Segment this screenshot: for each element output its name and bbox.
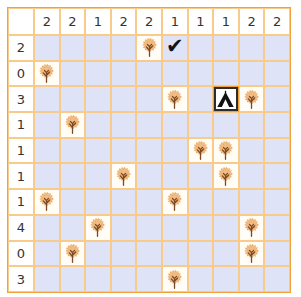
grid-cell[interactable] xyxy=(189,216,213,240)
tree-icon xyxy=(62,243,83,264)
grid-cell[interactable] xyxy=(61,87,85,111)
grid-cell[interactable] xyxy=(240,216,264,240)
grid-cell[interactable]: ✔ xyxy=(163,36,187,60)
tree-icon xyxy=(62,114,83,135)
tree-icon xyxy=(139,37,160,58)
grid-cell[interactable] xyxy=(240,113,264,137)
row-clue-2: 0 xyxy=(9,62,33,86)
grid-cell[interactable] xyxy=(214,87,238,111)
grid-cell[interactable] xyxy=(35,139,59,163)
grid-cell[interactable] xyxy=(265,36,289,60)
tree-icon xyxy=(113,166,134,187)
grid-cell[interactable] xyxy=(265,242,289,266)
grid-cell[interactable] xyxy=(189,190,213,214)
grid-cell[interactable] xyxy=(112,113,136,137)
grid-cell[interactable] xyxy=(214,190,238,214)
grid-cell[interactable] xyxy=(265,216,289,240)
grid-cell[interactable] xyxy=(35,113,59,137)
grid-cell[interactable] xyxy=(189,267,213,291)
tree-icon xyxy=(190,140,211,161)
tree-icon xyxy=(164,269,185,290)
grid-cell[interactable] xyxy=(163,87,187,111)
grid-cell[interactable] xyxy=(163,139,187,163)
grid-cell[interactable] xyxy=(112,190,136,214)
grid-cell[interactable] xyxy=(86,242,110,266)
check-icon: ✔ xyxy=(166,36,184,57)
grid-cell[interactable] xyxy=(214,267,238,291)
grid-cell[interactable] xyxy=(137,113,161,137)
grid-cell[interactable] xyxy=(35,62,59,86)
grid-cell[interactable] xyxy=(240,36,264,60)
col-clue-8: 1 xyxy=(214,9,238,34)
tree-icon xyxy=(241,89,262,110)
grid-cell[interactable] xyxy=(86,113,110,137)
grid-cell[interactable] xyxy=(137,87,161,111)
grid-cell[interactable] xyxy=(35,242,59,266)
grid-cell[interactable] xyxy=(137,216,161,240)
grid-cell[interactable] xyxy=(35,164,59,188)
grid-cell[interactable] xyxy=(35,87,59,111)
tree-icon xyxy=(36,191,57,212)
row-clue-10: 3 xyxy=(9,267,33,291)
grid-cell[interactable] xyxy=(112,62,136,86)
col-clue-9: 2 xyxy=(240,9,264,34)
grid-cell[interactable] xyxy=(240,139,264,163)
grid-cell[interactable] xyxy=(265,87,289,111)
col-clue-4: 2 xyxy=(112,9,136,34)
grid-cell[interactable] xyxy=(35,216,59,240)
grid-cell[interactable] xyxy=(214,36,238,60)
grid-cell[interactable] xyxy=(240,190,264,214)
grid-cell[interactable] xyxy=(137,62,161,86)
clue-corner xyxy=(9,9,33,34)
grid-cell[interactable] xyxy=(189,36,213,60)
tent-icon xyxy=(216,90,235,109)
tree-icon xyxy=(164,89,185,110)
grid-cell[interactable] xyxy=(214,139,238,163)
grid-cell[interactable] xyxy=(163,216,187,240)
grid-cell[interactable] xyxy=(265,190,289,214)
grid-cell[interactable] xyxy=(189,139,213,163)
grid-cell[interactable] xyxy=(240,267,264,291)
grid-cell[interactable] xyxy=(61,267,85,291)
grid-cell[interactable] xyxy=(86,267,110,291)
grid-cell[interactable] xyxy=(163,113,187,137)
grid-cell[interactable] xyxy=(86,87,110,111)
grid-cell[interactable] xyxy=(86,36,110,60)
grid-cell[interactable] xyxy=(137,190,161,214)
grid-cell[interactable] xyxy=(86,190,110,214)
grid-cell[interactable] xyxy=(112,139,136,163)
grid-cell[interactable] xyxy=(112,87,136,111)
col-clue-7: 1 xyxy=(189,9,213,34)
grid-cell[interactable] xyxy=(189,113,213,137)
grid-cell[interactable] xyxy=(61,216,85,240)
grid-cell[interactable] xyxy=(265,139,289,163)
grid-cell[interactable] xyxy=(112,36,136,60)
grid-cell[interactable] xyxy=(112,242,136,266)
grid-cell[interactable] xyxy=(35,36,59,60)
puzzle-board: 22122111222✔031111403 xyxy=(7,7,291,293)
col-clue-2: 2 xyxy=(61,9,85,34)
row-clue-5: 1 xyxy=(9,139,33,163)
row-clue-9: 0 xyxy=(9,242,33,266)
grid-cell[interactable] xyxy=(265,267,289,291)
grid-cell[interactable] xyxy=(137,139,161,163)
grid-cell[interactable] xyxy=(35,267,59,291)
grid-cell[interactable] xyxy=(163,242,187,266)
grid-cell[interactable] xyxy=(61,139,85,163)
grid-cell[interactable] xyxy=(163,267,187,291)
grid-cell[interactable] xyxy=(137,36,161,60)
grid-cell[interactable] xyxy=(214,113,238,137)
grid-cell[interactable] xyxy=(112,267,136,291)
grid-cell[interactable] xyxy=(240,87,264,111)
tree-icon xyxy=(164,191,185,212)
grid-cell[interactable] xyxy=(137,267,161,291)
col-clue-10: 2 xyxy=(265,9,289,34)
grid-cell[interactable] xyxy=(137,164,161,188)
grid-cell[interactable] xyxy=(189,164,213,188)
grid-cell[interactable] xyxy=(189,62,213,86)
grid-cell[interactable] xyxy=(86,164,110,188)
grid-cell[interactable] xyxy=(61,164,85,188)
grid-cell[interactable] xyxy=(265,113,289,137)
grid-cell[interactable] xyxy=(163,164,187,188)
grid-cell[interactable] xyxy=(214,216,238,240)
col-clue-6: 1 xyxy=(163,9,187,34)
grid-cell[interactable] xyxy=(61,190,85,214)
grid-cell[interactable] xyxy=(214,164,238,188)
row-clue-3: 3 xyxy=(9,87,33,111)
grid-cell[interactable] xyxy=(265,62,289,86)
grid-cell[interactable] xyxy=(35,190,59,214)
tree-icon xyxy=(87,217,108,238)
tree-icon xyxy=(215,140,236,161)
grid-cell[interactable] xyxy=(61,113,85,137)
tree-icon xyxy=(36,63,57,84)
col-clue-5: 2 xyxy=(137,9,161,34)
grid-cell[interactable] xyxy=(61,36,85,60)
grid-cell[interactable] xyxy=(240,164,264,188)
grid-cell[interactable] xyxy=(240,62,264,86)
grid-cell[interactable] xyxy=(214,62,238,86)
row-clue-1: 2 xyxy=(9,36,33,60)
grid-cell[interactable] xyxy=(86,62,110,86)
grid-cell[interactable] xyxy=(163,62,187,86)
grid-cell[interactable] xyxy=(189,87,213,111)
row-clue-7: 1 xyxy=(9,190,33,214)
grid-cell[interactable] xyxy=(112,164,136,188)
grid-cell[interactable] xyxy=(189,242,213,266)
tree-icon xyxy=(241,217,262,238)
tree-icon xyxy=(241,243,262,264)
grid-cell[interactable] xyxy=(265,164,289,188)
tree-icon xyxy=(215,166,236,187)
grid-cell[interactable] xyxy=(163,190,187,214)
grid-cell[interactable] xyxy=(61,62,85,86)
col-clue-3: 1 xyxy=(86,9,110,34)
grid-cell[interactable] xyxy=(61,242,85,266)
row-clue-4: 1 xyxy=(9,113,33,137)
grid-cell[interactable] xyxy=(137,242,161,266)
row-clue-6: 1 xyxy=(9,164,33,188)
grid-cell[interactable] xyxy=(214,242,238,266)
grid-cell[interactable] xyxy=(86,139,110,163)
row-clue-8: 4 xyxy=(9,216,33,240)
grid-cell[interactable] xyxy=(240,242,264,266)
col-clue-1: 2 xyxy=(35,9,59,34)
grid-cell[interactable] xyxy=(86,216,110,240)
grid-cell[interactable] xyxy=(112,216,136,240)
